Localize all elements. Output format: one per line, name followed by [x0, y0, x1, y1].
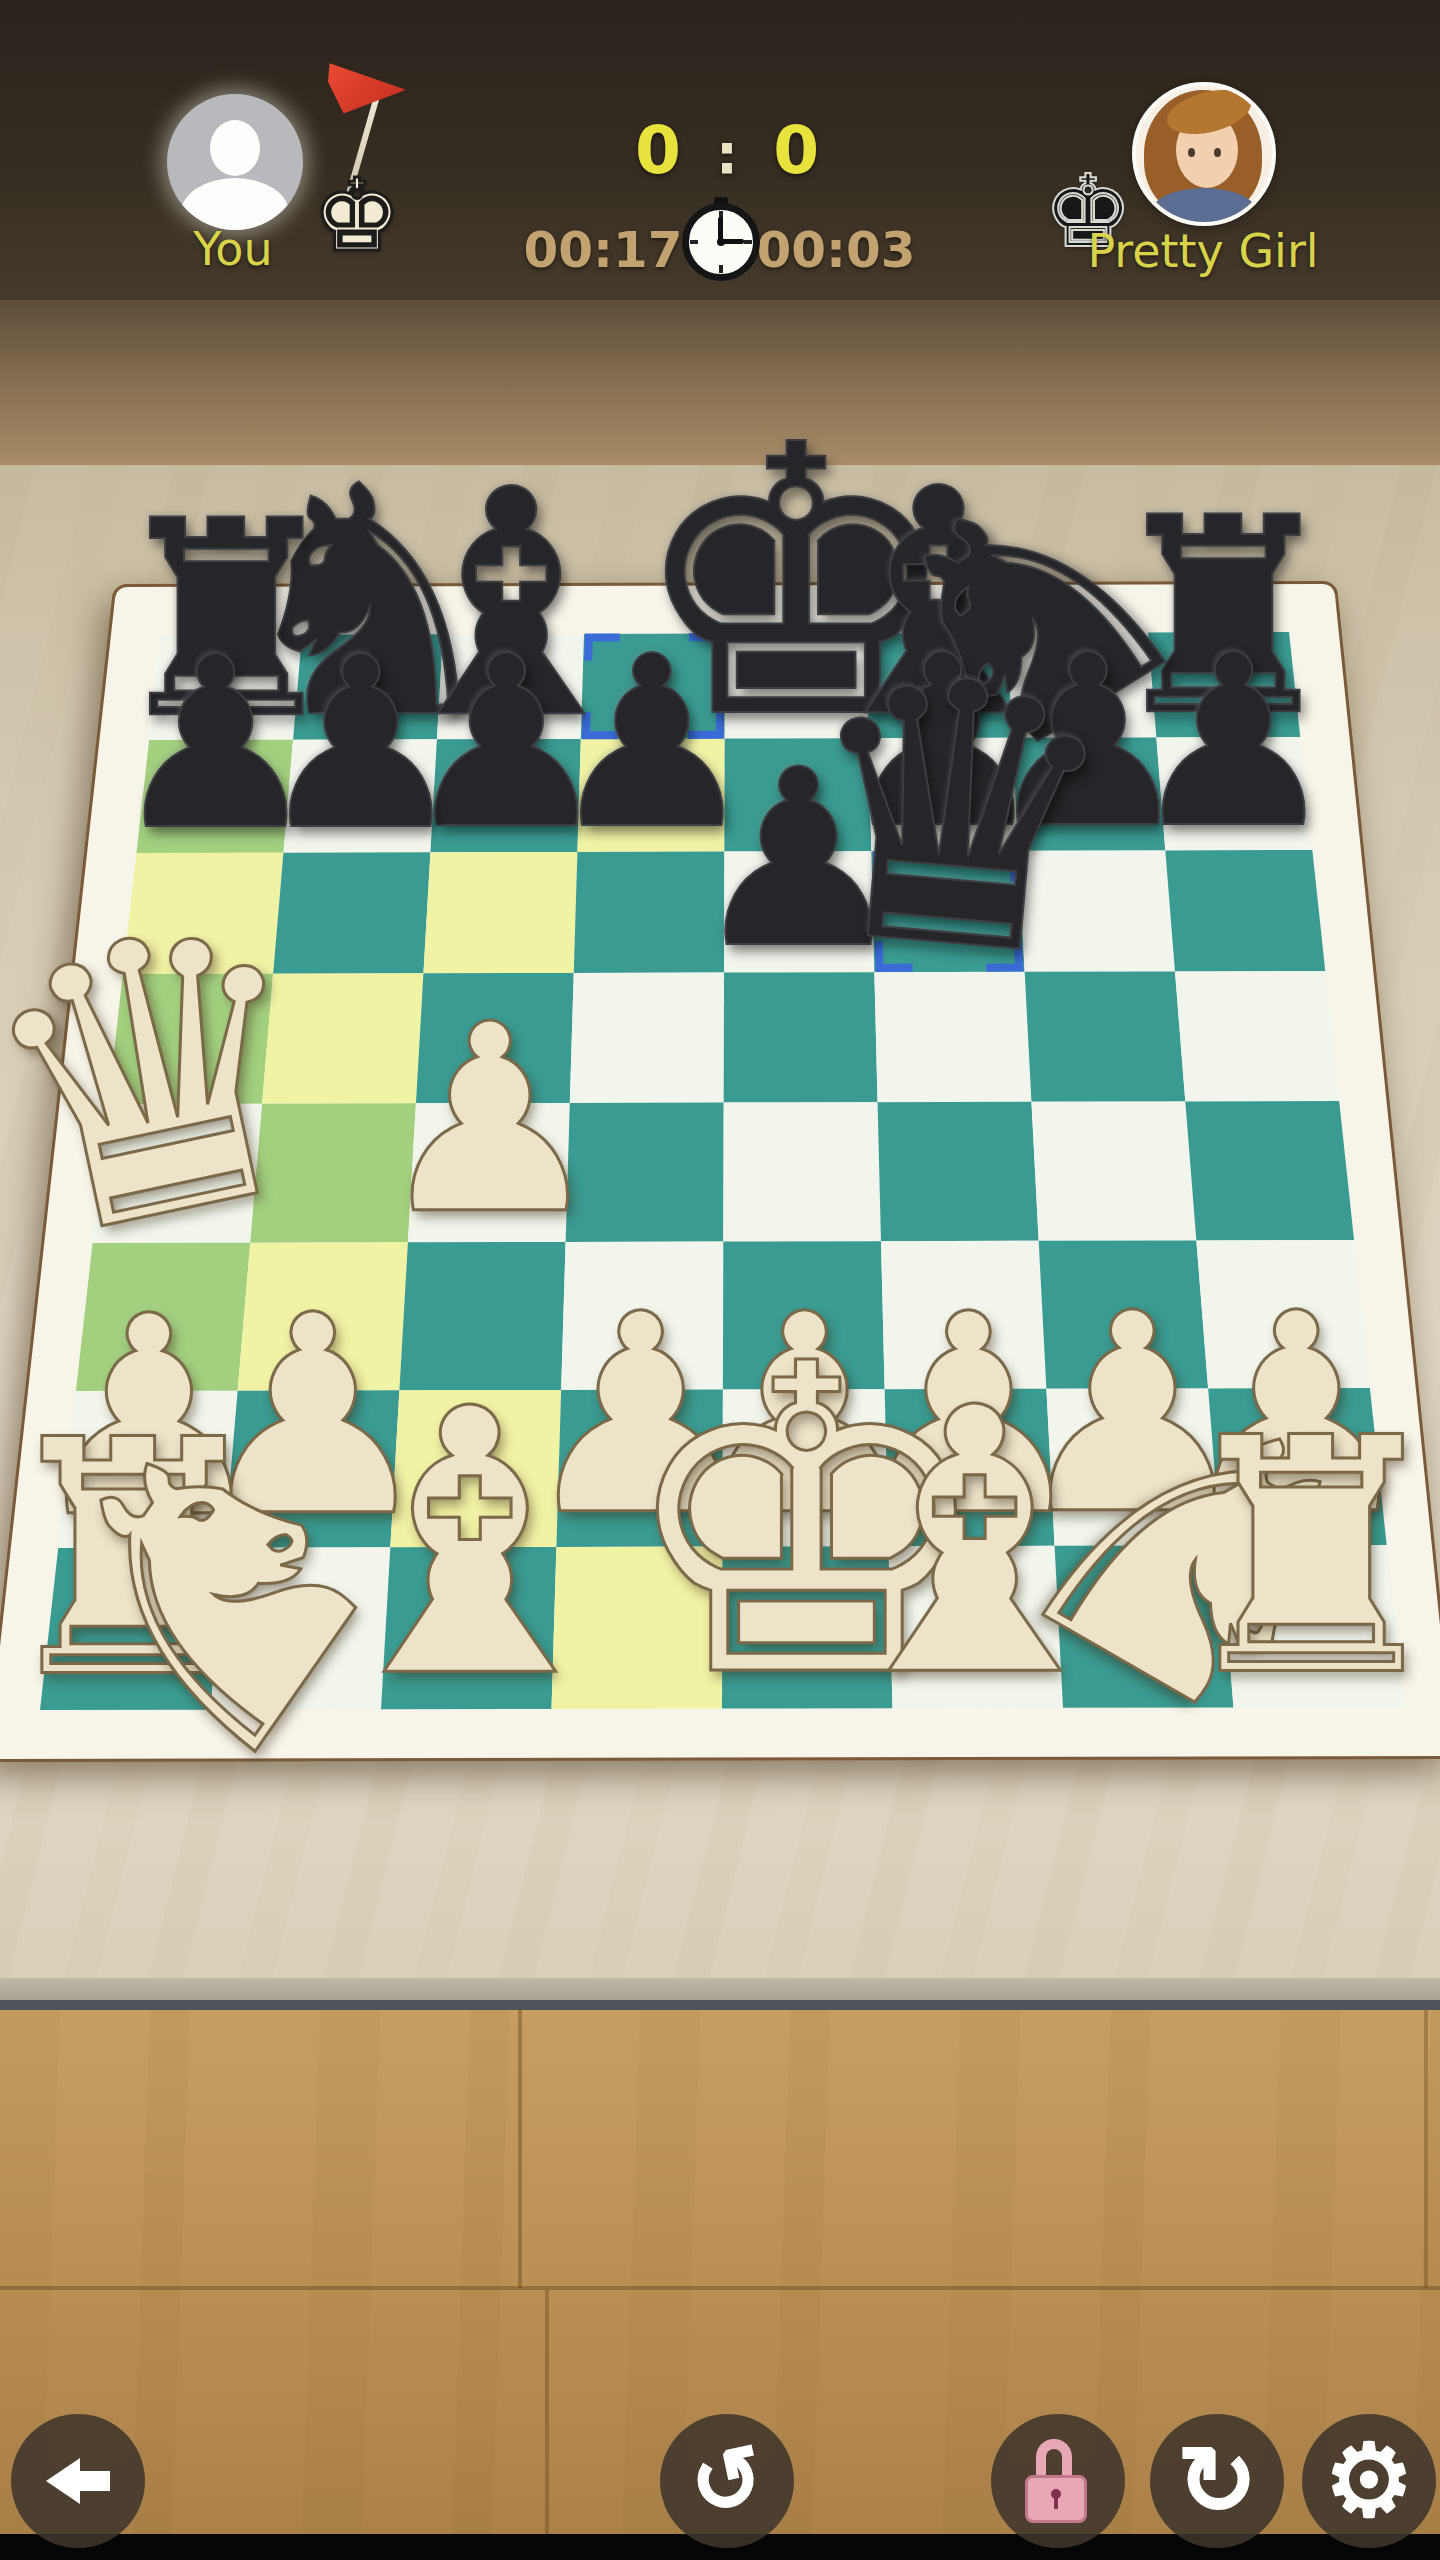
back-button[interactable] [11, 2414, 145, 2548]
lock-icon [1023, 2439, 1093, 2523]
undo-arrow-icon: ↺ [683, 2431, 771, 2530]
piece-black-pawn-h7[interactable]: ♟ [1127, 624, 1339, 861]
clock-icon [682, 203, 760, 281]
piece-white-bishop-f1[interactable]: ♝ [811, 1361, 1139, 1727]
settings-button[interactable]: ⚙ [1302, 2414, 1436, 2548]
lock-button[interactable] [991, 2414, 1125, 2548]
square-h5[interactable] [1175, 971, 1339, 1101]
piece-white-bishop-c1[interactable]: ♝ [306, 1362, 634, 1728]
square-e4[interactable] [723, 1102, 881, 1241]
rotate-icon: ↻ [1177, 2433, 1257, 2529]
piece-black-queen-f6[interactable]: ♛ [779, 623, 1134, 1012]
undo-button[interactable]: ↺ [660, 2414, 794, 2548]
square-g4[interactable] [1031, 1101, 1196, 1240]
gear-icon: ⚙ [1324, 2431, 1414, 2531]
piece-black-pawn-b7[interactable]: ♟ [255, 626, 467, 863]
square-h4[interactable] [1185, 1101, 1354, 1240]
piece-white-pawn-c4[interactable]: ♟ [373, 991, 606, 1251]
back-arrow-icon [46, 2458, 110, 2504]
rotate-button[interactable]: ↻ [1150, 2414, 1284, 2548]
square-f4[interactable] [878, 1102, 1039, 1241]
piece-white-rook-h1[interactable]: ♜ [1166, 1396, 1440, 1720]
